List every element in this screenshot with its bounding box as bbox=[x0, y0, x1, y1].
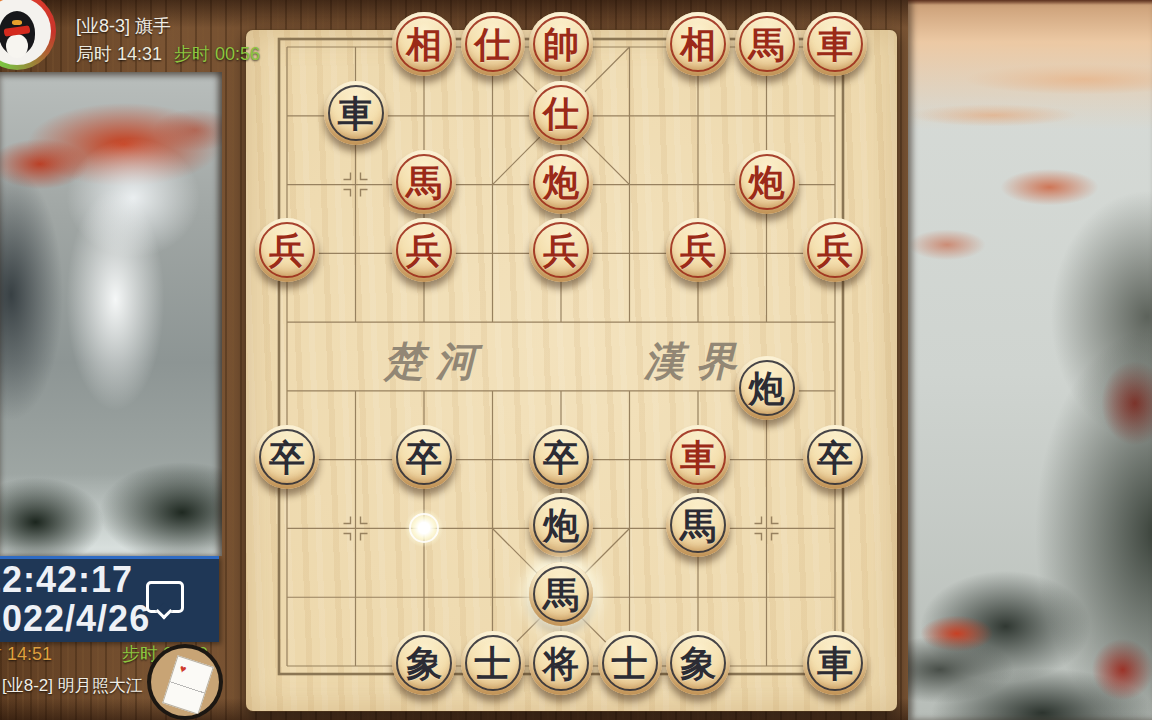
paper-letter-avatar-icon: ♥ bbox=[151, 648, 219, 716]
bottom-player-info: 局时 14:51 步时 01:30 [业8-2] 明月照大江 ♥ bbox=[0, 636, 240, 720]
black-piece-車[interactable]: 車 bbox=[803, 631, 867, 695]
red-piece-相[interactable]: 相 bbox=[392, 12, 456, 76]
red-piece-兵[interactable]: 兵 bbox=[255, 218, 319, 282]
bottom-player-avatar: ♥ bbox=[147, 644, 223, 720]
red-piece-仕[interactable]: 仕 bbox=[461, 12, 525, 76]
black-piece-象[interactable]: 象 bbox=[392, 631, 456, 695]
black-piece-卒[interactable]: 卒 bbox=[392, 425, 456, 489]
penguin-avatar-icon bbox=[0, 0, 51, 65]
red-piece-馬[interactable]: 馬 bbox=[735, 12, 799, 76]
red-piece-兵[interactable]: 兵 bbox=[392, 218, 456, 282]
black-piece-士[interactable]: 士 bbox=[461, 631, 525, 695]
chat-bubble-icon[interactable] bbox=[146, 581, 184, 613]
red-piece-炮[interactable]: 炮 bbox=[529, 150, 593, 214]
system-time: 22:42:17 bbox=[0, 559, 133, 601]
top-game-time-label: 局时 bbox=[76, 44, 112, 64]
black-piece-象[interactable]: 象 bbox=[666, 631, 730, 695]
top-move-time-label: 步时 bbox=[174, 44, 210, 64]
black-piece-卒[interactable]: 卒 bbox=[529, 425, 593, 489]
top-player-info: [业8-3] 旗手 局时 14:31 步时 00:56 bbox=[0, 0, 230, 80]
right-background-photo bbox=[908, 0, 1152, 720]
bottom-player-name: [业8-2] 明月照大江 bbox=[2, 674, 143, 697]
top-player-avatar bbox=[0, 0, 56, 70]
black-piece-士[interactable]: 士 bbox=[598, 631, 662, 695]
top-player-name: [业8-3] 旗手 bbox=[76, 14, 171, 38]
heart-icon: ♥ bbox=[178, 662, 188, 675]
red-piece-兵[interactable]: 兵 bbox=[529, 218, 593, 282]
top-player-clocks: 局时 14:31 步时 00:56 bbox=[76, 42, 260, 66]
black-piece-卒[interactable]: 卒 bbox=[255, 425, 319, 489]
black-piece-炮[interactable]: 炮 bbox=[529, 493, 593, 557]
left-background-photo bbox=[0, 72, 222, 556]
black-piece-馬[interactable]: 馬 bbox=[529, 562, 593, 626]
black-piece-卒[interactable]: 卒 bbox=[803, 425, 867, 489]
black-piece-炮[interactable]: 炮 bbox=[735, 356, 799, 420]
river-label-left: 楚河 bbox=[384, 333, 488, 388]
bottom-game-time-label: 局时 bbox=[0, 644, 2, 664]
top-game-time: 14:31 bbox=[117, 44, 162, 64]
red-piece-兵[interactable]: 兵 bbox=[803, 218, 867, 282]
top-move-time: 00:56 bbox=[215, 44, 260, 64]
black-piece-馬[interactable]: 馬 bbox=[666, 493, 730, 557]
red-piece-兵[interactable]: 兵 bbox=[666, 218, 730, 282]
black-piece-将[interactable]: 将 bbox=[529, 631, 593, 695]
black-piece-車[interactable]: 車 bbox=[324, 81, 388, 145]
bottom-game-time: 14:51 bbox=[7, 644, 52, 664]
river-label-right: 漢界 bbox=[644, 333, 748, 388]
red-piece-帥[interactable]: 帥 bbox=[529, 12, 593, 76]
red-piece-相[interactable]: 相 bbox=[666, 12, 730, 76]
red-piece-仕[interactable]: 仕 bbox=[529, 81, 593, 145]
system-date: 2022/4/26 bbox=[0, 598, 150, 640]
system-clock-panel: 22:42:17 2022/4/26 bbox=[0, 556, 219, 642]
red-piece-車[interactable]: 車 bbox=[803, 12, 867, 76]
red-piece-炮[interactable]: 炮 bbox=[735, 150, 799, 214]
red-piece-車[interactable]: 車 bbox=[666, 425, 730, 489]
red-piece-馬[interactable]: 馬 bbox=[392, 150, 456, 214]
